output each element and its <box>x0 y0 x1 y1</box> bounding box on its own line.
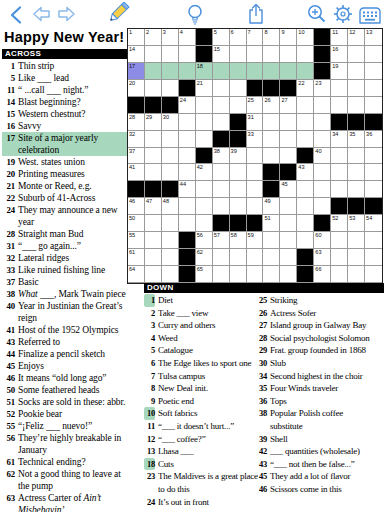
grid-cell-r14c6[interactable] <box>213 249 230 266</box>
down-clue-29[interactable]: 29Frat. group founded in 1868 <box>256 344 384 357</box>
down-clue-2[interactable]: 2Take ___ view <box>144 307 256 320</box>
grid-cell-r6c11[interactable] <box>297 114 314 131</box>
grid-cell-r8c8[interactable] <box>247 148 264 165</box>
grid-cell-r6c8[interactable]: 31 <box>247 114 264 131</box>
hint-bulb-icon[interactable] <box>184 3 206 26</box>
grid-cell-r12c9[interactable]: 51 <box>263 215 280 232</box>
grid-cell-r6c5[interactable] <box>196 114 213 131</box>
grid-cell-r8c3[interactable] <box>162 148 179 165</box>
grid-cell-r12c11[interactable] <box>297 215 314 232</box>
grid-cell-r4c5[interactable]: 21 <box>196 80 213 97</box>
grid-cell-r2c9[interactable] <box>263 46 280 63</box>
grid-cell-r3c14[interactable] <box>348 63 365 80</box>
clue-number: 28 <box>256 332 267 345</box>
grid-cell-r2c2[interactable] <box>145 46 162 63</box>
clue-text: Weed <box>158 332 177 345</box>
grid-cell-r13c1[interactable]: 55 <box>128 232 145 249</box>
grid-cell-r12c2[interactable] <box>145 215 162 232</box>
grid-cell-r13c10[interactable] <box>280 232 297 249</box>
grid-cell-r1c14[interactable]: 12 <box>348 29 365 46</box>
grid-cell-r8c1[interactable]: 37 <box>128 148 145 165</box>
grid-cell-r3c6[interactable] <box>213 63 230 80</box>
grid-cell-r5c11[interactable] <box>297 97 314 114</box>
clue-text: Tulsa campus <box>158 370 205 383</box>
across-clue-21[interactable]: 21Monte or Reed, e.g. <box>2 180 132 192</box>
grid-cell-r1c1[interactable]: 1 <box>128 29 145 46</box>
grid-cell-r13c7[interactable]: 58 <box>230 232 247 249</box>
grid-cell-r12c3[interactable] <box>162 215 179 232</box>
grid-cell-r4c15[interactable] <box>365 80 382 97</box>
grid-cell-r15c6[interactable] <box>213 266 230 283</box>
clue-text: “___ not then be false...” <box>270 458 355 471</box>
across-clue-28[interactable]: 28Straight man Bud <box>2 228 132 240</box>
across-clue-15[interactable]: 15Western chestnut? <box>2 108 132 120</box>
grid-cell-r4c1[interactable]: 20 <box>128 80 145 97</box>
grid-cell-r15c1[interactable]: 64 <box>128 266 145 283</box>
clue-text: Poetic end <box>158 395 194 408</box>
grid-cell-r12c15[interactable]: 54 <box>365 215 382 232</box>
grid-cell-r9c6[interactable] <box>213 164 230 181</box>
down-clue-28[interactable]: 28Social psychologist Solomon <box>256 332 384 345</box>
down-clue-42[interactable]: 42___ quantities (wholesale) <box>256 445 384 458</box>
grid-cell-r13c6[interactable]: 57 <box>213 232 230 249</box>
down-clue-23[interactable]: 23The Maldives is a great place to do th… <box>144 470 256 495</box>
grid-cell-r10c10[interactable]: 45 <box>280 181 297 198</box>
clue-text: Western chestnut? <box>18 108 85 120</box>
across-clue-41[interactable]: 41Host of the 1952 Olympics <box>2 324 132 336</box>
grid-cell-r15c15[interactable] <box>365 266 382 283</box>
grid-cell-r8c10[interactable] <box>280 148 297 165</box>
grid-cell-r11c9[interactable]: 49 <box>263 198 280 215</box>
grid-cell-r3c4[interactable] <box>179 63 196 80</box>
grid-cell-r11c12[interactable] <box>314 198 331 215</box>
grid-cell-r13c11[interactable] <box>297 232 314 249</box>
down-clue-1[interactable]: 1Diet <box>144 294 256 307</box>
grid-cell-r14c11 <box>297 249 314 266</box>
grid-cell-r5c4[interactable]: 24 <box>179 97 196 114</box>
across-clue-51[interactable]: 51Socks are sold in these: abbr. <box>2 396 132 408</box>
grid-cell-r14c8[interactable] <box>247 249 264 266</box>
down-clue-35[interactable]: 35Four Winds traveler <box>256 382 384 395</box>
grid-cell-r3c3[interactable] <box>162 63 179 80</box>
grid-cell-r11c10[interactable] <box>280 198 297 215</box>
down-clue-38[interactable]: 38Popular Polish coffee substitute <box>256 407 384 432</box>
grid-cell-r13c15[interactable] <box>365 232 382 249</box>
across-clue-40[interactable]: 40Year in Justinian the Great’s reign <box>2 300 132 324</box>
grid-cell-r2c13[interactable]: 16 <box>331 46 348 63</box>
grid-cell-r10c7[interactable] <box>230 181 247 198</box>
down-clue-26[interactable]: 26Actress Sofer <box>256 307 384 320</box>
grid-cell-r1c11[interactable]: 10 <box>297 29 314 46</box>
grid-cell-r3c13[interactable]: 19 <box>331 63 348 80</box>
grid-cell-r1c3[interactable]: 3 <box>162 29 179 46</box>
grid-cell-r15c7[interactable] <box>230 266 247 283</box>
grid-cell-r4c7[interactable] <box>230 80 247 97</box>
grid-cell-r9c7[interactable] <box>230 164 247 181</box>
grid-cell-r2c14[interactable] <box>348 46 365 63</box>
grid-cell-r8c9[interactable] <box>263 148 280 165</box>
grid-cell-r15c14[interactable] <box>348 266 365 283</box>
grid-cell-r6c9[interactable] <box>263 114 280 131</box>
grid-cell-r12c5[interactable] <box>196 215 213 232</box>
grid-cell-r6c7 <box>230 114 247 131</box>
grid-cell-r12c10[interactable] <box>280 215 297 232</box>
grid-cell-r1c13[interactable]: 11 <box>331 29 348 46</box>
grid-cell-r2c8[interactable] <box>247 46 264 63</box>
grid-cell-r8c14[interactable] <box>348 148 365 165</box>
grid-cell-r12c4[interactable] <box>179 215 196 232</box>
pencil-icon[interactable] <box>104 2 132 27</box>
grid-cell-r13c3[interactable] <box>162 232 179 249</box>
across-clue-11[interactable]: 11“ ...call ___ night.” <box>2 84 132 96</box>
clue-number: 15 <box>2 108 15 120</box>
grid-cell-r3c7[interactable] <box>230 63 247 80</box>
grid-cell-r11c3[interactable]: 48 <box>162 198 179 215</box>
grid-cell-r7c10[interactable] <box>280 131 297 148</box>
grid-cell-r5c6[interactable] <box>213 97 230 114</box>
across-clue-52[interactable]: 52Pookie bear <box>2 408 132 420</box>
cell-number: 60 <box>315 232 321 239</box>
grid-cell-r13c8[interactable]: 59 <box>247 232 264 249</box>
grid-cell-r15c2[interactable] <box>145 266 162 283</box>
grid-cell-r9c5[interactable]: 42 <box>196 164 213 181</box>
grid-cell-r15c5[interactable]: 65 <box>196 266 213 283</box>
grid-cell-r15c9[interactable] <box>263 266 280 283</box>
across-clue-45[interactable]: 45Enjoys <box>2 360 132 372</box>
clue-text: They add a lot of flavor <box>270 470 350 483</box>
across-clue-61[interactable]: 61Technical ending? <box>2 456 132 468</box>
grid-cell-r1c2[interactable]: 2 <box>145 29 162 46</box>
grid-cell-r11c6[interactable] <box>213 198 230 215</box>
grid-cell-r5c7[interactable] <box>230 97 247 114</box>
grid-cell-r1c6[interactable]: 5 <box>213 29 230 46</box>
grid-cell-r10c13[interactable] <box>331 181 348 198</box>
share-icon[interactable] <box>246 2 266 26</box>
grid-cell-r10c4[interactable]: 44 <box>179 181 196 198</box>
grid-cell-r15c8[interactable] <box>247 266 264 283</box>
grid-cell-r2c1[interactable]: 14 <box>128 46 145 63</box>
across-clue-14[interactable]: 14Blast beginning? <box>2 96 132 108</box>
clue-text: Savvy <box>18 120 41 132</box>
grid-cell-r9c15[interactable] <box>365 164 382 181</box>
grid-cell-r1c10[interactable]: 9 <box>280 29 297 46</box>
grid-cell-r13c9[interactable] <box>263 232 280 249</box>
grid-cell-r2c11[interactable] <box>297 46 314 63</box>
down-clue-10[interactable]: 10Soft fabrics <box>144 407 256 420</box>
clue-text: Cuts <box>158 458 174 471</box>
grid-cell-r13c5[interactable]: 56 <box>196 232 213 249</box>
grid-cell-r14c5[interactable]: 62 <box>196 249 213 266</box>
grid-cell-r8c6[interactable]: 38 <box>213 148 230 165</box>
grid-cell-r3c5[interactable]: 18 <box>196 63 213 80</box>
grid-cell-r12c13[interactable]: 52 <box>331 215 348 232</box>
down-clue-27[interactable]: 27Island group in Galway Bay <box>256 319 384 332</box>
grid-cell-r5c12[interactable] <box>314 97 331 114</box>
down-clue-43[interactable]: 43“___ not then be false...” <box>256 458 384 471</box>
grid-cell-r7c5[interactable] <box>196 131 213 148</box>
grid-cell-r3c8[interactable] <box>247 63 264 80</box>
grid-cell-r11c5[interactable] <box>196 198 213 215</box>
grid-cell-r7c13[interactable]: 34 <box>331 131 348 148</box>
down-clue-36[interactable]: 36Tops <box>256 395 384 408</box>
across-clue-24[interactable]: 24They may announce a new year <box>2 204 132 228</box>
grid-cell-r11c11[interactable] <box>297 198 314 215</box>
down-clue-46[interactable]: 46Scissors come in this <box>256 483 384 496</box>
grid-cell-r14c12[interactable]: 63 <box>314 249 331 266</box>
grid-cell-r5c5[interactable] <box>196 97 213 114</box>
grid-cell-r10c6[interactable] <box>213 181 230 198</box>
clue-number: 26 <box>256 307 267 320</box>
grid-cell-r5c14[interactable] <box>348 97 365 114</box>
grid-cell-r3c10[interactable] <box>280 63 297 80</box>
grid-cell-r10c15[interactable] <box>365 181 382 198</box>
grid-cell-r9c12[interactable] <box>314 164 331 181</box>
grid-cell-r14c2[interactable] <box>145 249 162 266</box>
grid-cell-r2c7[interactable] <box>230 46 247 63</box>
across-clue-50[interactable]: 50Some feathered heads <box>2 384 132 396</box>
grid-cell-r12c1[interactable]: 50 <box>128 215 145 232</box>
grid-cell-r1c7[interactable]: 6 <box>230 29 247 46</box>
down-clue-34[interactable]: 34Second highest in the choir <box>256 370 384 383</box>
down-clue-12[interactable]: 12“___ coffee?” <box>144 433 256 446</box>
grid-cell-r13c13[interactable] <box>331 232 348 249</box>
across-clue-62[interactable]: 62Not a good thing to leave at the pump <box>2 468 132 492</box>
back-chevron-icon[interactable] <box>8 5 24 25</box>
grid-cell-r4c12[interactable]: 23 <box>314 80 331 97</box>
grid-cell-r14c14[interactable] <box>348 249 365 266</box>
across-clue-19[interactable]: 19West. states union <box>2 156 132 168</box>
clue-text: Like ruined fishing line <box>18 264 105 276</box>
grid-cell-r8c12[interactable]: 40 <box>314 148 331 165</box>
grid-cell-r4c3[interactable] <box>162 80 179 97</box>
down-header: DOWN <box>144 283 384 293</box>
grid-cell-r2c15[interactable] <box>365 46 382 63</box>
across-clue-32[interactable]: 32Lateral ridges <box>2 252 132 264</box>
grid-cell-r6c12[interactable] <box>314 114 331 131</box>
grid-cell-r13c12[interactable]: 60 <box>314 232 331 249</box>
grid-cell-r11c2[interactable]: 47 <box>145 198 162 215</box>
grid-cell-r7c11[interactable] <box>297 131 314 148</box>
grid-cell-r11c4[interactable] <box>179 198 196 215</box>
down-clue-3[interactable]: 3Curry and others <box>144 319 256 332</box>
grid-cell-r15c13[interactable] <box>331 266 348 283</box>
clue-text: “___ go again...” <box>18 240 81 252</box>
down-clue-24[interactable]: 24It’s out in front <box>144 496 256 509</box>
grid-cell-r9c2[interactable] <box>145 164 162 181</box>
grid-cell-r11c15 <box>365 198 382 215</box>
grid-cell-r2c6[interactable]: 15 <box>213 46 230 63</box>
grid-cell-r1c8[interactable]: 7 <box>247 29 264 46</box>
clue-text: “___ coffee?” <box>158 433 205 446</box>
grid-cell-r13c2[interactable] <box>145 232 162 249</box>
grid-cell-r7c9[interactable] <box>263 131 280 148</box>
keyboard-icon[interactable] <box>357 4 383 25</box>
cell-number: 63 <box>315 249 321 256</box>
grid-cell-r14c15[interactable] <box>365 249 382 266</box>
grid-cell-r1c9[interactable]: 8 <box>263 29 280 46</box>
grid-cell-r5c9[interactable]: 26 <box>263 97 280 114</box>
across-clue-17[interactable]: 17Site of a major yearly celebration <box>2 132 132 156</box>
grid-cell-r3c2[interactable] <box>145 63 162 80</box>
across-clue-20[interactable]: 20Printing measures <box>2 168 132 180</box>
grid-cell-r7c14[interactable]: 35 <box>348 131 365 148</box>
grid-cell-r5c1 <box>128 97 145 114</box>
grid-cell-r8c7[interactable]: 39 <box>230 148 247 165</box>
cell-number: 10 <box>298 29 304 36</box>
across-clue-38[interactable]: 38What ___, Mark Twain piece <box>2 288 132 300</box>
grid-cell-r11c8[interactable] <box>247 198 264 215</box>
grid-cell-r14c3[interactable] <box>162 249 179 266</box>
grid-cell-r9c11[interactable]: 43 <box>297 164 314 181</box>
across-clue-63[interactable]: 63Actress Carter of Ain’t Misbehavin’ <box>2 492 132 512</box>
grid-cell-r6c1[interactable]: 28 <box>128 114 145 131</box>
zoom-in-icon[interactable] <box>306 3 328 26</box>
grid-cell-r10c12[interactable] <box>314 181 331 198</box>
across-clue-22[interactable]: 22Suburb of 41-Across <box>2 192 132 204</box>
clue-number: 24 <box>144 496 155 509</box>
grid-cell-r4c11[interactable]: 22 <box>297 80 314 97</box>
across-clue-43[interactable]: 43Referred to <box>2 336 132 348</box>
across-clue-37[interactable]: 37Basic <box>2 276 132 288</box>
down-clue-9[interactable]: 9Poetic end <box>144 395 256 408</box>
clue-text: Printing measures <box>18 168 85 180</box>
grid-cell-r2c3[interactable] <box>162 46 179 63</box>
grid-cell-r10c14[interactable] <box>348 181 365 198</box>
grid-cell-r1c15[interactable]: 13 <box>365 29 382 46</box>
down-clue-8[interactable]: 8New Deal init. <box>144 382 256 395</box>
grid-cell-r7c8[interactable]: 33 <box>247 131 264 148</box>
grid-cell-r3c1[interactable]: 17 <box>128 63 145 80</box>
grid-cell-r4c14[interactable] <box>348 80 365 97</box>
next-arrow-icon[interactable] <box>55 4 77 24</box>
down-clue-7[interactable]: 7Tulsa campus <box>144 370 256 383</box>
grid-cell-r5c15[interactable] <box>365 97 382 114</box>
grid-cell-r6c10[interactable] <box>280 114 297 131</box>
clue-number: 29 <box>256 344 267 357</box>
grid-cell-r4c13[interactable] <box>331 80 348 97</box>
cell-number: 23 <box>315 80 321 87</box>
down-clue-11[interactable]: 11“___ it doesn’t hurt...” <box>144 420 256 433</box>
grid-cell-r7c12[interactable] <box>314 131 331 148</box>
down-clue-4[interactable]: 4Weed <box>144 332 256 345</box>
grid-cell-r7c3[interactable] <box>162 131 179 148</box>
across-clue-33[interactable]: 33Like ruined fishing line <box>2 264 132 276</box>
grid-cell-r15c10[interactable] <box>280 266 297 283</box>
cell-number: 7 <box>248 29 251 36</box>
clue-text: It means “old long ago” <box>18 372 106 384</box>
grid-cell-r15c12[interactable]: 66 <box>314 266 331 283</box>
across-clue-31[interactable]: 31“___ go again...” <box>2 240 132 252</box>
grid-cell-r9c14[interactable] <box>348 164 365 181</box>
grid-cell-r6c3[interactable]: 30 <box>162 114 179 131</box>
grid-cell-r6c4[interactable] <box>179 114 196 131</box>
grid-cell-r3c15[interactable] <box>365 63 382 80</box>
down-clue-30[interactable]: 30Slub <box>256 357 384 370</box>
down-clue-6[interactable]: 6The Edge likes to sport one <box>144 357 256 370</box>
grid-cell-r9c1[interactable]: 41 <box>128 164 145 181</box>
grid-cell-r7c2[interactable] <box>145 131 162 148</box>
across-clue-56[interactable]: 56They’re highly breakable in January <box>2 432 132 456</box>
grid-cell-r8c13[interactable] <box>331 148 348 165</box>
grid-cell-r14c13[interactable] <box>331 249 348 266</box>
down-clue-45[interactable]: 45They add a lot of flavor <box>256 470 384 483</box>
down-clue-18[interactable]: 18Cuts <box>144 458 256 471</box>
across-clue-5[interactable]: 5Like ___ lead <box>2 72 132 84</box>
across-clue-16[interactable]: 16Savvy <box>2 120 132 132</box>
clue-text: Striking <box>270 294 297 307</box>
grid-cell-r9c3[interactable] <box>162 164 179 181</box>
down-clue-39[interactable]: 39Shell <box>256 433 384 446</box>
across-clue-44[interactable]: 44Finalize a pencil sketch <box>2 348 132 360</box>
settings-icon[interactable] <box>331 3 355 26</box>
clue-number: 35 <box>256 382 267 395</box>
clue-number: 63 <box>2 492 15 512</box>
grid-cell-r7c15[interactable]: 36 <box>365 131 382 148</box>
grid-cell-r10c5[interactable] <box>196 181 213 198</box>
grid-cell-r11c1[interactable]: 46 <box>128 198 145 215</box>
cell-number: 13 <box>366 29 372 36</box>
grid-cell-r3c11[interactable] <box>297 63 314 80</box>
across-clue-55[interactable]: 55“¡Feliz ___ nuevo!” <box>2 420 132 432</box>
grid-cell-r7c4[interactable] <box>179 131 196 148</box>
grid-cell-r4c6[interactable] <box>213 80 230 97</box>
grid-cell-r13c14[interactable] <box>348 232 365 249</box>
grid-cell-r11c7[interactable] <box>230 198 247 215</box>
grid-cell-r9c8[interactable] <box>247 164 264 181</box>
clue-text: Straight man Bud <box>18 228 83 240</box>
grid-cell-r15c3[interactable] <box>162 266 179 283</box>
down-clue-list-col2: 25Striking26Actress Sofer27Island group … <box>256 293 384 508</box>
grid-cell-r2c10[interactable] <box>280 46 297 63</box>
grid-cell-r5c13[interactable] <box>331 97 348 114</box>
grid-cell-r14c9[interactable] <box>263 249 280 266</box>
grid-cell-r1c12 <box>314 29 331 46</box>
down-clue-5[interactable]: 5Catalogue <box>144 344 256 357</box>
grid-cell-r10c8[interactable] <box>247 181 264 198</box>
grid-cell-r8c4[interactable] <box>179 148 196 165</box>
grid-cell-r6c6[interactable] <box>213 114 230 131</box>
grid-cell-r9c4[interactable] <box>179 164 196 181</box>
grid-cell-r10c11[interactable] <box>297 181 314 198</box>
grid-cell-r2c4[interactable] <box>179 46 196 63</box>
down-clue-25[interactable]: 25Striking <box>256 294 384 307</box>
grid-cell-r14c7[interactable] <box>230 249 247 266</box>
across-clue-1[interactable]: 1Thin strip <box>2 60 132 72</box>
cell-number: 50 <box>129 215 135 222</box>
grid-cell-r6c2[interactable]: 29 <box>145 114 162 131</box>
grid-cell-r5c8[interactable]: 25 <box>247 97 264 114</box>
grid-cell-r3c9[interactable] <box>263 63 280 80</box>
grid-cell-r14c1[interactable]: 61 <box>128 249 145 266</box>
grid-cell-r8c2[interactable] <box>145 148 162 165</box>
prev-arrow-icon[interactable] <box>31 4 53 24</box>
grid-cell-r4c2[interactable] <box>145 80 162 97</box>
grid-cell-r1c4[interactable]: 4 <box>179 29 196 46</box>
clue-text: Enjoys <box>18 360 44 372</box>
grid-cell-r8c15[interactable] <box>365 148 382 165</box>
grid-cell-r7c1[interactable]: 32 <box>128 131 145 148</box>
grid-cell-r2c5 <box>196 46 213 63</box>
grid-cell-r9c13[interactable] <box>331 164 348 181</box>
clue-number: 10 <box>144 407 155 420</box>
grid-cell-r14c10[interactable] <box>280 249 297 266</box>
across-clue-46[interactable]: 46It means “old long ago” <box>2 372 132 384</box>
grid-cell-r5c10[interactable]: 27 <box>280 97 297 114</box>
clue-text: Like ___ lead <box>18 72 69 84</box>
cell-number: 29 <box>146 114 152 121</box>
down-clue-13[interactable]: 13Lhasa ___ <box>144 445 256 458</box>
grid-cell-r12c14[interactable]: 53 <box>348 215 365 232</box>
